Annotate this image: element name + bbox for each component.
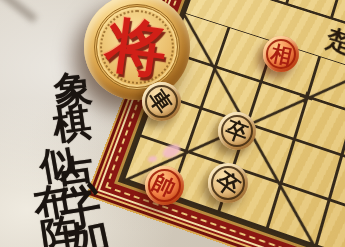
piece-glyph: 卒 [212,167,244,199]
background-streak [0,0,37,22]
splash-screen: 楚 河 将相車卒卒帥象棋似布阵点子如 [0,0,345,247]
piece-soldier-black[interactable]: 卒 [218,112,256,150]
piece-elephant-red[interactable]: 相 [263,36,299,72]
piece-glyph: 卒 [223,117,251,145]
piece-glyph: 帥 [149,170,178,199]
piece-glyph: 車 [146,86,177,117]
piece-glyph: 将 [103,13,171,81]
piece-soldier-black[interactable]: 卒 [208,163,248,203]
piece-glyph: 相 [269,42,294,67]
piece-general-red[interactable]: 帥 [145,166,184,205]
piece-chariot-black[interactable]: 車 [142,82,181,121]
river-char-chu: 楚 [322,21,345,63]
